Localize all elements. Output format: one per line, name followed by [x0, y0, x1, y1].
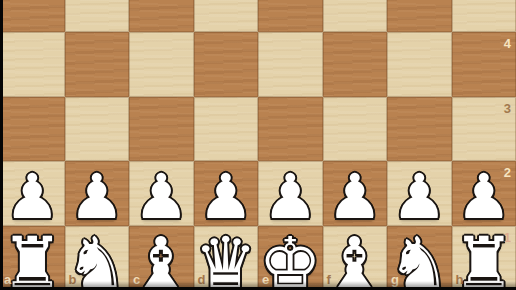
square-c1[interactable]: ♝c [129, 226, 194, 290]
white-pawn[interactable]: ♟ [194, 165, 259, 230]
square-e2[interactable]: ♟ [258, 161, 323, 226]
square-a5[interactable] [0, 0, 65, 32]
square-d2[interactable]: ♟ [194, 161, 259, 226]
white-pawn[interactable]: ♟ [452, 165, 516, 230]
white-rook[interactable]: ♜ [0, 231, 65, 290]
white-pawn[interactable]: ♟ [0, 165, 65, 230]
square-d1[interactable]: ♛d [194, 226, 259, 290]
square-e3[interactable] [258, 97, 323, 162]
square-f5[interactable] [323, 0, 388, 32]
chess-board: 43♟♟♟♟♟♟♟♟2♜a♞b♝c♛d♚e♝f♞g♜1h [0, 0, 516, 290]
square-f3[interactable] [323, 97, 388, 162]
square-d5[interactable] [194, 0, 259, 32]
square-a2[interactable]: ♟ [0, 161, 65, 226]
square-a1[interactable]: ♜a [0, 226, 65, 290]
square-f2[interactable]: ♟ [323, 161, 388, 226]
square-b4[interactable] [65, 32, 130, 97]
letterbox-left-strip [0, 0, 3, 290]
square-g4[interactable] [387, 32, 452, 97]
white-knight[interactable]: ♞ [387, 231, 452, 290]
square-e1[interactable]: ♚e [258, 226, 323, 290]
square-d3[interactable] [194, 97, 259, 162]
white-rook[interactable]: ♜ [452, 231, 516, 290]
square-c5[interactable] [129, 0, 194, 32]
white-king[interactable]: ♚ [258, 231, 323, 290]
square-e5[interactable] [258, 0, 323, 32]
square-a3[interactable] [0, 97, 65, 162]
white-pawn[interactable]: ♟ [129, 165, 194, 230]
square-h3[interactable]: 3 [452, 97, 516, 162]
square-c4[interactable] [129, 32, 194, 97]
square-g2[interactable]: ♟ [387, 161, 452, 226]
square-a4[interactable] [0, 32, 65, 97]
white-knight[interactable]: ♞ [65, 231, 130, 290]
rank-label-4: 4 [504, 36, 511, 51]
white-queen[interactable]: ♛ [194, 231, 259, 290]
square-f4[interactable] [323, 32, 388, 97]
square-f1[interactable]: ♝f [323, 226, 388, 290]
square-h1[interactable]: ♜1h [452, 226, 516, 290]
square-h2[interactable]: ♟2 [452, 161, 516, 226]
square-d4[interactable] [194, 32, 259, 97]
square-b2[interactable]: ♟ [65, 161, 130, 226]
square-g1[interactable]: ♞g [387, 226, 452, 290]
square-b5[interactable] [65, 0, 130, 32]
white-pawn[interactable]: ♟ [65, 165, 130, 230]
square-h5[interactable] [452, 0, 516, 32]
square-c3[interactable] [129, 97, 194, 162]
square-e4[interactable] [258, 32, 323, 97]
square-h4[interactable]: 4 [452, 32, 516, 97]
square-b1[interactable]: ♞b [65, 226, 130, 290]
board-grid: 43♟♟♟♟♟♟♟♟2♜a♞b♝c♛d♚e♝f♞g♜1h [0, 0, 516, 290]
white-pawn[interactable]: ♟ [387, 165, 452, 230]
white-pawn[interactable]: ♟ [258, 165, 323, 230]
white-bishop[interactable]: ♝ [323, 231, 388, 290]
white-pawn[interactable]: ♟ [323, 165, 388, 230]
square-g5[interactable] [387, 0, 452, 32]
rank-label-3: 3 [504, 101, 511, 116]
white-bishop[interactable]: ♝ [129, 231, 194, 290]
square-c2[interactable]: ♟ [129, 161, 194, 226]
square-b3[interactable] [65, 97, 130, 162]
square-g3[interactable] [387, 97, 452, 162]
